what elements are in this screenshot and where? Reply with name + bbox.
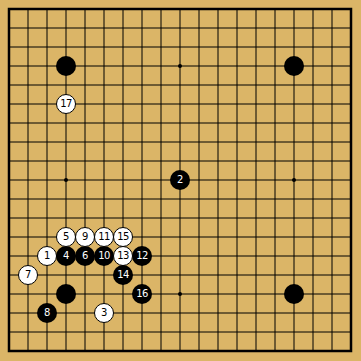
stone-white-move-5: 5 (56, 227, 76, 247)
stones-layer: 1234567891011121314151617 (0, 0, 361, 361)
stone-black-D16 (56, 56, 76, 76)
stone-white-move-3: 3 (94, 303, 114, 323)
stone-white-move-11: 11 (94, 227, 114, 247)
stone-black-move-2: 2 (170, 170, 190, 190)
stone-white-move-9: 9 (75, 227, 95, 247)
stone-white-move-15: 15 (113, 227, 133, 247)
stone-black-Q4 (284, 284, 304, 304)
stone-black-move-4: 4 (56, 246, 76, 266)
stone-black-move-6: 6 (75, 246, 95, 266)
stone-white-move-13: 13 (113, 246, 133, 266)
stone-black-move-16: 16 (132, 284, 152, 304)
stone-white-move-7: 7 (18, 265, 38, 285)
stone-black-move-10: 10 (94, 246, 114, 266)
stone-black-move-14: 14 (113, 265, 133, 285)
stone-white-move-17: 17 (56, 94, 76, 114)
stone-black-move-8: 8 (37, 303, 57, 323)
stone-black-Q16 (284, 56, 304, 76)
stone-black-D4 (56, 284, 76, 304)
go-board-diagram: 1234567891011121314151617 (0, 0, 361, 361)
stone-black-move-12: 12 (132, 246, 152, 266)
stone-white-move-1: 1 (37, 246, 57, 266)
